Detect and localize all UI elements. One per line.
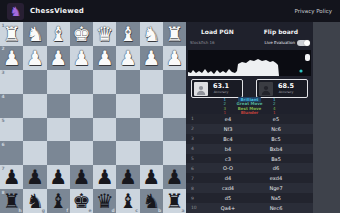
white-move[interactable]: cxd4 (204, 185, 252, 191)
evaluation-graph[interactable] (188, 50, 311, 76)
white-move[interactable]: Nf3 (204, 126, 252, 132)
black-accuracy-value: 68.5 (278, 83, 294, 90)
square-g3[interactable] (23, 70, 46, 94)
move-row-3[interactable]: 3Bc4Bc5 (186, 134, 313, 144)
square-e7[interactable]: ♟ (70, 165, 93, 189)
square-f8[interactable]: f♝ (47, 189, 70, 213)
black-move[interactable]: Ba5 (252, 156, 300, 162)
white-pawn[interactable]: ♟ (3, 48, 21, 68)
black-accuracy: 68.5 Accuracy (278, 83, 294, 94)
current-move-marker (299, 69, 302, 72)
white-knight[interactable]: ♞ (26, 24, 44, 44)
move-row-7[interactable]: 7d4exd4 (186, 173, 313, 183)
square-g6[interactable] (23, 141, 46, 165)
panel-scrollbar-thumb[interactable] (305, 54, 310, 61)
square-c6[interactable] (116, 141, 139, 165)
white-accuracy-label: Accuracy (214, 90, 229, 94)
white-bishop[interactable]: ♝ (119, 24, 137, 44)
square-g4[interactable] (23, 94, 46, 118)
flip-board-button[interactable]: Flip board (264, 28, 298, 35)
square-c2[interactable]: ♟ (116, 46, 139, 70)
square-f3[interactable] (47, 70, 70, 94)
white-accuracy: 63.1 Accuracy (213, 83, 229, 94)
file-label: a (181, 208, 184, 213)
square-e3[interactable] (70, 70, 93, 94)
rank-label: 8 (2, 190, 5, 195)
black-move[interactable]: Nec6 (252, 205, 300, 211)
black-move[interactable]: e5 (252, 116, 300, 122)
square-h1[interactable]: 1♜ (0, 22, 23, 46)
square-d8[interactable]: d♛ (93, 189, 116, 213)
white-move[interactable]: e4 (204, 116, 252, 122)
white-move[interactable]: d5 (204, 195, 252, 201)
square-d1[interactable]: ♛ (93, 22, 116, 46)
square-c8[interactable]: c♝ (116, 189, 139, 213)
white-move[interactable]: O-O (204, 165, 252, 171)
square-h4[interactable]: 4 (0, 94, 23, 118)
square-a7[interactable]: ♟ (163, 165, 186, 189)
black-move[interactable]: d6 (252, 165, 300, 171)
move-number: 3 (186, 136, 204, 141)
live-evaluation-label: Live Evaluation (264, 40, 295, 45)
square-h2[interactable]: 2♟ (0, 46, 23, 70)
white-player-avatar (194, 82, 208, 96)
file-label: h (19, 208, 22, 213)
white-pawn[interactable]: ♟ (142, 48, 160, 68)
square-c1[interactable]: ♝ (116, 22, 139, 46)
black-player-card: 68.5 Accuracy (256, 79, 308, 98)
white-king[interactable]: ♚ (72, 24, 90, 44)
white-rook[interactable]: ♜ (165, 24, 183, 44)
live-evaluation-toggle[interactable] (297, 40, 309, 46)
square-g1[interactable]: ♞ (23, 22, 46, 46)
rank-label: 4 (2, 94, 5, 99)
square-b1[interactable]: ♞ (140, 22, 163, 46)
file-label: b (158, 208, 161, 213)
square-a5[interactable] (163, 118, 186, 142)
move-row-2[interactable]: 2Nf3Nc6 (186, 124, 313, 134)
black-move[interactable]: Bxb4 (252, 146, 300, 152)
square-b8[interactable]: b♞ (140, 189, 163, 213)
black-bishop[interactable]: ♝ (49, 191, 67, 211)
square-d2[interactable]: ♟ (93, 46, 116, 70)
square-d6[interactable] (93, 141, 116, 165)
rank-label: 5 (2, 118, 5, 123)
white-queen[interactable]: ♛ (96, 24, 114, 44)
black-move[interactable]: Nge7 (252, 185, 300, 191)
file-label: f (66, 208, 68, 213)
eval-area (188, 59, 311, 76)
move-row-8[interactable]: 8cxd4Nge7 (186, 183, 313, 193)
square-e1[interactable]: ♚ (70, 22, 93, 46)
white-bishop[interactable]: ♝ (49, 24, 67, 44)
white-knight[interactable]: ♞ (142, 24, 160, 44)
rank-label: 3 (2, 70, 5, 75)
white-move[interactable]: d4 (204, 175, 252, 181)
move-number: 7 (186, 176, 204, 181)
square-a8[interactable]: a♜ (163, 189, 186, 213)
square-f7[interactable]: ♟ (47, 165, 70, 189)
move-number: 4 (186, 146, 204, 151)
white-pawn[interactable]: ♟ (165, 48, 183, 68)
square-e5[interactable] (70, 118, 93, 142)
square-f6[interactable] (47, 141, 70, 165)
file-label: e (88, 208, 91, 213)
app-logo[interactable]: ♞ (7, 3, 24, 20)
move-row-4[interactable]: 4b4Bxb4 (186, 144, 313, 154)
white-move[interactable]: c3 (204, 156, 252, 162)
load-pgn-button[interactable]: Load PGN (201, 28, 234, 35)
white-pawn[interactable]: ♟ (119, 48, 137, 68)
black-move[interactable]: Bc5 (252, 136, 300, 142)
square-d4[interactable] (93, 94, 116, 118)
square-a6[interactable] (163, 141, 186, 165)
analysis-panel: Load PGN Flip board Stockfish 16 Live Ev… (186, 22, 313, 213)
square-d7[interactable]: ♟ (93, 165, 116, 189)
white-move[interactable]: Bc4 (204, 136, 252, 142)
move-classifications: 1Brilliant12Great Move23Best Move41Blund… (186, 97, 313, 114)
rank-label: 1 (2, 23, 5, 28)
move-number: 6 (186, 166, 204, 171)
black-pawn[interactable]: ♟ (119, 167, 137, 187)
white-pawn[interactable]: ♟ (49, 48, 67, 68)
square-f5[interactable] (47, 118, 70, 142)
chess-board[interactable]: 1♜♞♝♚♛♝♞♜2♟♟♟♟♟♟♟♟34567♟♟♟♟♟♟♟♟8h♜g♞f♝e♚… (0, 22, 186, 213)
file-label: g (42, 208, 45, 213)
square-h7[interactable]: 7♟ (0, 165, 23, 189)
black-pawn[interactable]: ♟ (96, 167, 114, 187)
knight-logo-icon: ♞ (10, 5, 22, 18)
move-number: 10 (186, 205, 204, 210)
move-number: 9 (186, 196, 204, 201)
square-h8[interactable]: 8h♜ (0, 189, 23, 213)
square-f1[interactable]: ♝ (47, 22, 70, 46)
panel-header: Load PGN Flip board (186, 28, 313, 35)
square-c7[interactable]: ♟ (116, 165, 139, 189)
white-move[interactable]: Qa4+ (204, 205, 252, 211)
live-evaluation-control: Live Evaluation (264, 40, 309, 46)
black-pawn[interactable]: ♟ (3, 167, 21, 187)
square-b5[interactable] (140, 118, 163, 142)
rank-label: 2 (2, 46, 5, 51)
square-a3[interactable] (163, 70, 186, 94)
white-player-card: 63.1 Accuracy (191, 79, 243, 98)
top-navbar: ♞ ChessViewed Privacy Policy (0, 0, 340, 22)
white-move[interactable]: b4 (204, 146, 252, 152)
square-g8[interactable]: g♞ (23, 189, 46, 213)
engine-row: Stockfish 16 Live Evaluation (186, 40, 313, 46)
square-b6[interactable] (140, 141, 163, 165)
square-e6[interactable] (70, 141, 93, 165)
square-h6[interactable]: 6 (0, 141, 23, 165)
move-row-1[interactable]: 1e4e5 (186, 114, 313, 124)
black-pawn[interactable]: ♟ (49, 167, 67, 187)
square-g2[interactable]: ♟ (23, 46, 46, 70)
rank-label: 7 (2, 166, 5, 171)
square-d3[interactable] (93, 70, 116, 94)
toggle-knob (304, 40, 311, 47)
black-move[interactable]: Nc6 (252, 126, 300, 132)
black-pawn[interactable]: ♟ (26, 167, 44, 187)
move-list: 1e4e52Nf3Nc63Bc4Bc54b4Bxb45c3Ba56O-Od67d… (186, 114, 313, 213)
black-player-avatar (259, 82, 273, 96)
square-a2[interactable]: ♟ (163, 46, 186, 70)
square-a4[interactable] (163, 94, 186, 118)
black-move[interactable]: exd4 (252, 175, 300, 181)
square-d5[interactable] (93, 118, 116, 142)
move-number: 1 (186, 116, 204, 121)
square-c3[interactable] (116, 70, 139, 94)
black-pawn[interactable]: ♟ (165, 167, 183, 187)
move-number: 8 (186, 186, 204, 191)
black-pawn[interactable]: ♟ (72, 167, 90, 187)
square-g5[interactable] (23, 118, 46, 142)
move-number: 2 (186, 126, 204, 131)
white-pawn[interactable]: ♟ (72, 48, 90, 68)
black-accuracy-label: Accuracy (279, 90, 294, 94)
square-e8[interactable]: e♚ (70, 189, 93, 213)
app-title: ChessViewed (30, 7, 84, 15)
square-f4[interactable] (47, 94, 70, 118)
square-f2[interactable]: ♟ (47, 46, 70, 70)
square-g7[interactable]: ♟ (23, 165, 46, 189)
square-b7[interactable]: ♟ (140, 165, 163, 189)
square-a1[interactable]: ♜ (163, 22, 186, 46)
person-icon (195, 84, 207, 96)
file-label: d (112, 208, 115, 213)
person-icon (260, 84, 272, 96)
move-row-9[interactable]: 9d5Na5 (186, 193, 313, 203)
privacy-policy-link[interactable]: Privacy Policy (295, 8, 332, 14)
white-rook[interactable]: ♜ (3, 24, 21, 44)
move-row-10[interactable]: 10Qa4+Nec6 (186, 203, 313, 213)
players-row: 63.1 Accuracy 68.5 Accuracy (186, 79, 313, 98)
move-row-6[interactable]: 6O-Od6 (186, 163, 313, 173)
white-pawn[interactable]: ♟ (26, 48, 44, 68)
move-row-5[interactable]: 5c3Ba5 (186, 154, 313, 164)
square-c4[interactable] (116, 94, 139, 118)
black-pawn[interactable]: ♟ (142, 167, 160, 187)
square-c5[interactable] (116, 118, 139, 142)
black-bishop[interactable]: ♝ (119, 191, 137, 211)
white-pawn[interactable]: ♟ (96, 48, 114, 68)
square-e2[interactable]: ♟ (70, 46, 93, 70)
square-b4[interactable] (140, 94, 163, 118)
move-number: 5 (186, 156, 204, 161)
black-move[interactable]: Na5 (252, 195, 300, 201)
white-accuracy-value: 63.1 (213, 83, 229, 90)
file-label: c (135, 208, 138, 213)
square-b2[interactable]: ♟ (140, 46, 163, 70)
rank-label: 6 (2, 142, 5, 147)
square-e4[interactable] (70, 94, 93, 118)
square-h3[interactable]: 3 (0, 70, 23, 94)
engine-name-label: Stockfish 16 (190, 40, 215, 45)
square-h5[interactable]: 5 (0, 118, 23, 142)
square-b3[interactable] (140, 70, 163, 94)
